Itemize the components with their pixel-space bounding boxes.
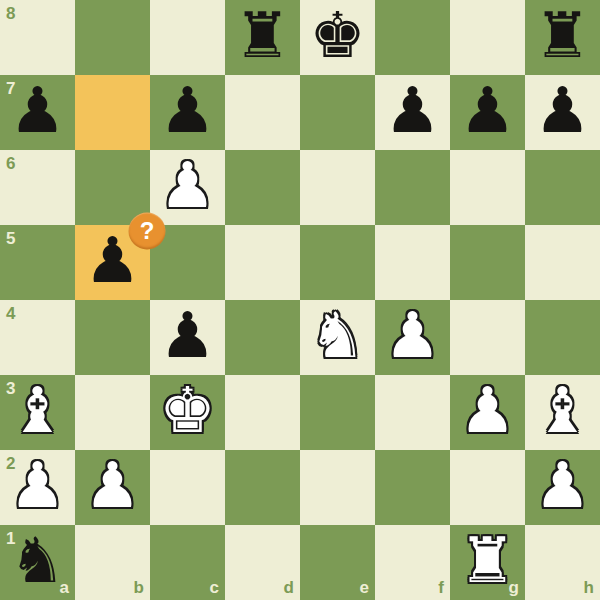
black-pawn[interactable]: ♟ — [534, 79, 590, 142]
square-g2[interactable] — [450, 450, 525, 525]
file-label-f: f — [438, 579, 444, 596]
black-knight[interactable]: ♞ — [9, 529, 65, 592]
square-f3[interactable] — [375, 375, 450, 450]
square-e5[interactable] — [300, 225, 375, 300]
square-f1[interactable]: f — [375, 525, 450, 600]
square-a2[interactable]: 2♟ — [0, 450, 75, 525]
mistake-badge-symbol: ? — [140, 218, 155, 244]
file-label-h: h — [584, 579, 594, 596]
square-g3[interactable]: ♟ — [450, 375, 525, 450]
square-b1[interactable]: b — [75, 525, 150, 600]
square-h2[interactable]: ♟ — [525, 450, 600, 525]
file-label-d: d — [284, 579, 294, 596]
square-c2[interactable] — [150, 450, 225, 525]
square-d2[interactable] — [225, 450, 300, 525]
square-e3[interactable] — [300, 375, 375, 450]
square-h5[interactable] — [525, 225, 600, 300]
square-c3[interactable]: ♚ — [150, 375, 225, 450]
black-king[interactable]: ♚ — [309, 4, 365, 67]
square-d3[interactable] — [225, 375, 300, 450]
square-g7[interactable]: ♟ — [450, 75, 525, 150]
square-d6[interactable] — [225, 150, 300, 225]
square-c1[interactable]: c — [150, 525, 225, 600]
square-f5[interactable] — [375, 225, 450, 300]
file-label-e: e — [360, 579, 369, 596]
square-e1[interactable]: e — [300, 525, 375, 600]
square-b4[interactable] — [75, 300, 150, 375]
square-f2[interactable] — [375, 450, 450, 525]
square-e2[interactable] — [300, 450, 375, 525]
black-rook[interactable]: ♜ — [534, 4, 590, 67]
white-rook[interactable]: ♜ — [459, 529, 515, 592]
square-e4[interactable]: ♞ — [300, 300, 375, 375]
square-g8[interactable] — [450, 0, 525, 75]
file-label-c: c — [210, 579, 219, 596]
square-a1[interactable]: 1a♞ — [0, 525, 75, 600]
white-pawn[interactable]: ♟ — [159, 154, 215, 217]
white-pawn[interactable]: ♟ — [84, 454, 140, 517]
mistake-badge: ? — [129, 213, 166, 250]
square-c4[interactable]: ♟ — [150, 300, 225, 375]
square-a3[interactable]: 3♝ — [0, 375, 75, 450]
square-e7[interactable] — [300, 75, 375, 150]
square-g6[interactable] — [450, 150, 525, 225]
white-pawn[interactable]: ♟ — [384, 304, 440, 367]
square-b8[interactable] — [75, 0, 150, 75]
square-g1[interactable]: g♜ — [450, 525, 525, 600]
square-h1[interactable]: h — [525, 525, 600, 600]
white-bishop[interactable]: ♝ — [534, 379, 590, 442]
square-d5[interactable] — [225, 225, 300, 300]
square-b7[interactable] — [75, 75, 150, 150]
white-pawn[interactable]: ♟ — [459, 379, 515, 442]
rank-label-5: 5 — [6, 230, 15, 247]
square-e8[interactable]: ♚ — [300, 0, 375, 75]
square-d8[interactable]: ♜ — [225, 0, 300, 75]
white-knight[interactable]: ♞ — [309, 304, 365, 367]
square-a8[interactable]: 8 — [0, 0, 75, 75]
rank-label-6: 6 — [6, 155, 15, 172]
chess-board: ? 8♜♚♜7♟♟♟♟♟6♟5♟4♟♞♟3♝♚♟♝2♟♟♟1a♞bcdefg♜h — [0, 0, 600, 600]
square-f7[interactable]: ♟ — [375, 75, 450, 150]
square-f4[interactable]: ♟ — [375, 300, 450, 375]
square-a6[interactable]: 6 — [0, 150, 75, 225]
square-c7[interactable]: ♟ — [150, 75, 225, 150]
square-c6[interactable]: ♟ — [150, 150, 225, 225]
rank-label-4: 4 — [6, 305, 15, 322]
square-a7[interactable]: 7♟ — [0, 75, 75, 150]
square-b2[interactable]: ♟ — [75, 450, 150, 525]
black-rook[interactable]: ♜ — [234, 4, 290, 67]
white-pawn[interactable]: ♟ — [9, 454, 65, 517]
square-h8[interactable]: ♜ — [525, 0, 600, 75]
black-pawn[interactable]: ♟ — [459, 79, 515, 142]
square-h7[interactable]: ♟ — [525, 75, 600, 150]
square-g4[interactable] — [450, 300, 525, 375]
square-g5[interactable] — [450, 225, 525, 300]
square-h6[interactable] — [525, 150, 600, 225]
black-pawn[interactable]: ♟ — [159, 304, 215, 367]
square-e6[interactable] — [300, 150, 375, 225]
square-c8[interactable] — [150, 0, 225, 75]
square-d7[interactable] — [225, 75, 300, 150]
square-h4[interactable] — [525, 300, 600, 375]
black-pawn[interactable]: ♟ — [384, 79, 440, 142]
square-d4[interactable] — [225, 300, 300, 375]
white-king[interactable]: ♚ — [159, 379, 215, 442]
file-label-b: b — [134, 579, 144, 596]
square-b3[interactable] — [75, 375, 150, 450]
rank-label-8: 8 — [6, 5, 15, 22]
square-d1[interactable]: d — [225, 525, 300, 600]
square-f8[interactable] — [375, 0, 450, 75]
square-a5[interactable]: 5 — [0, 225, 75, 300]
square-f6[interactable] — [375, 150, 450, 225]
white-pawn[interactable]: ♟ — [534, 454, 590, 517]
black-pawn[interactable]: ♟ — [159, 79, 215, 142]
square-a4[interactable]: 4 — [0, 300, 75, 375]
square-h3[interactable]: ♝ — [525, 375, 600, 450]
white-bishop[interactable]: ♝ — [9, 379, 65, 442]
black-pawn[interactable]: ♟ — [9, 79, 65, 142]
